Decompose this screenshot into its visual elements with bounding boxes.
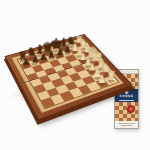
product-photo-stage: ♚ CHESS ✦ ♜♞♝♛♚♝♞♜♟♟♟♟♟♟♟♞♟♝♟♛♟♚♟♝♟♞♟♜ (0, 0, 150, 150)
box-footer (115, 121, 138, 128)
box-title: CHESS (120, 95, 134, 99)
box-brand-badge: ✦ (127, 105, 135, 113)
box-subtitle-line (119, 100, 134, 101)
box-badge-icon: ✦ (130, 108, 133, 111)
box-artwork-bottom: ✦ (115, 102, 138, 121)
chess-piece-dark-p: ♟ (16, 57, 36, 66)
chess-piece-light-p: ♟ (92, 74, 113, 84)
board-square (30, 78, 43, 87)
